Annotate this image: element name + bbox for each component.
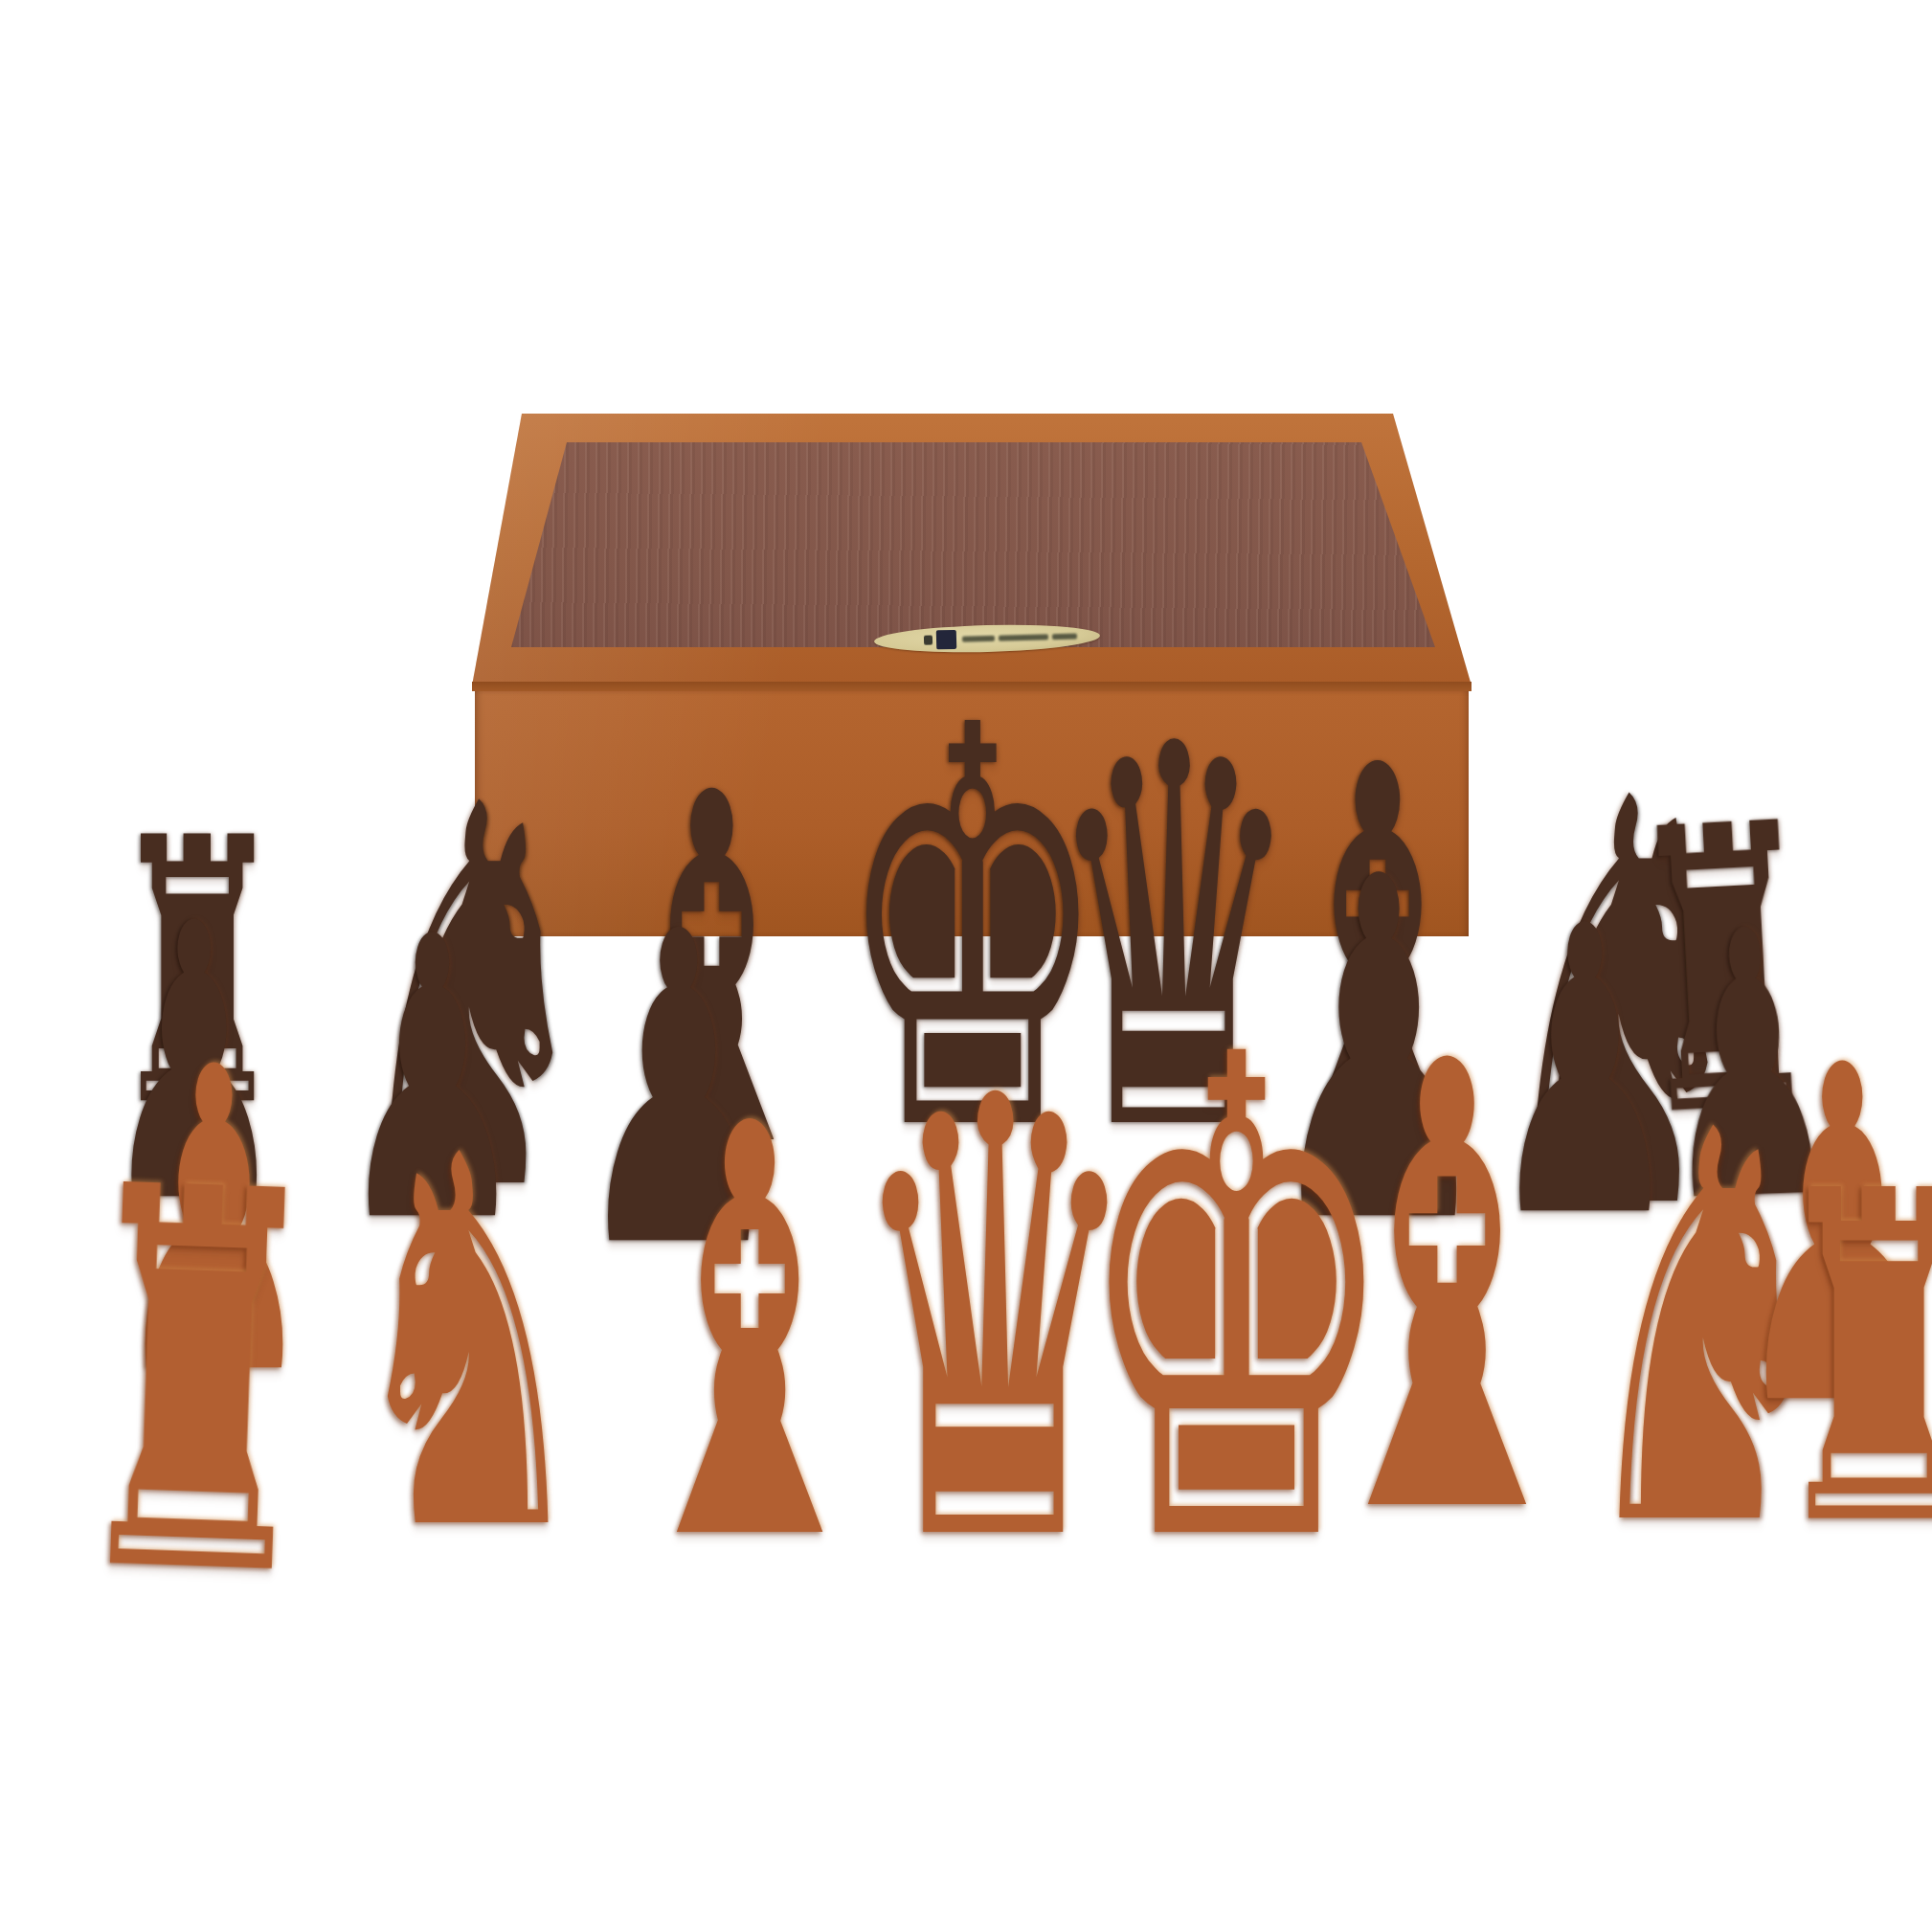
light-bishop-b-piece: ♝ [1172,985,1497,1599]
light-rook-b-piece: ♜ [1675,1134,1932,1587]
pieces-layer: ♜♞♝♚♛♝♞♜♟♟♟♟♟♟♟♜♞♝♛♚♝♞♟♜ [0,0,1932,1932]
light-rook-glyph: ♜ [1767,1134,1932,1587]
chess-set-photo: d ♜♞♝♚♛♝♞♜♟♟♟♟♟♟♟♜♞♝♛♚♝♞♟♜ [0,0,1932,1932]
